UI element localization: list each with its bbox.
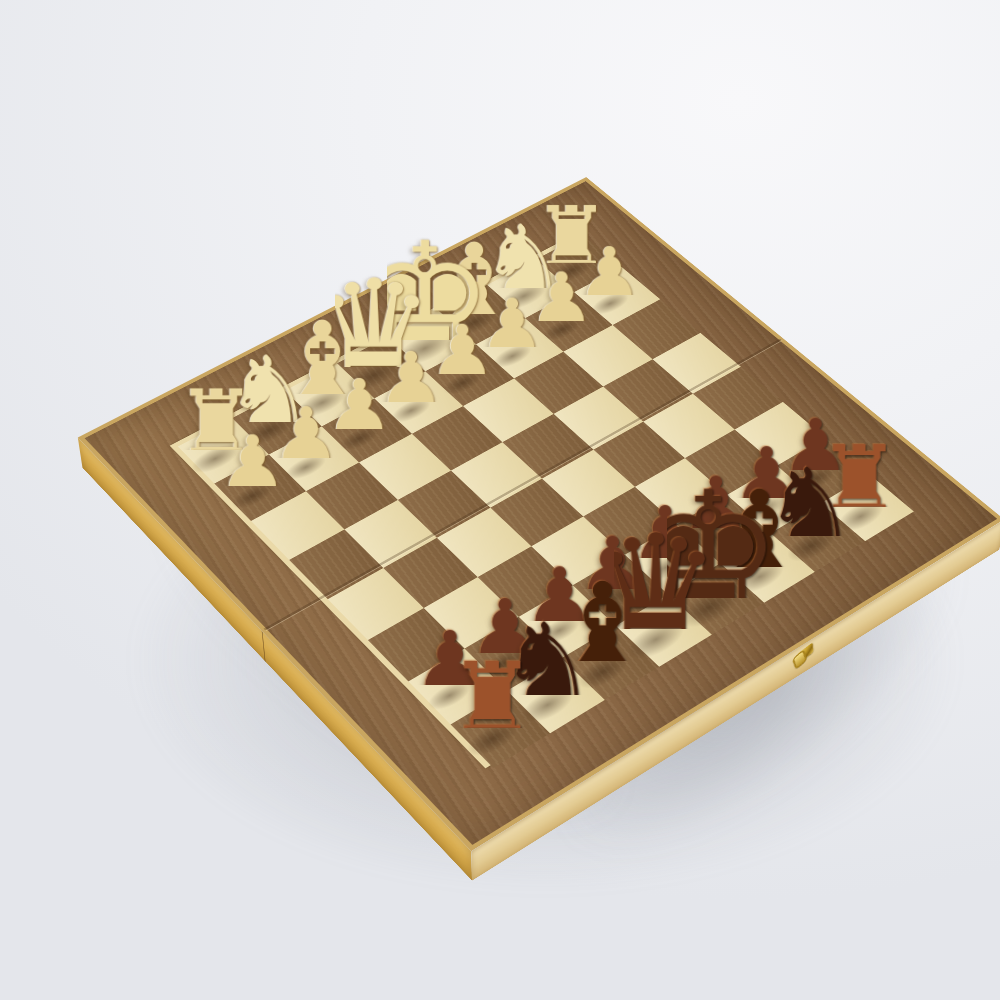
piece-cast-shadow [780,525,842,567]
square-b4 [344,500,437,569]
product-photo-scene: ♜♞♟♝♟♚♟♛♟♝♟♞♟♟♜♟♜♟♟♞♟♝♟♚♟♛♟♝♟♞♟♜ [0,0,1000,1000]
piece-cast-shadow [691,520,742,555]
square-a3 [251,491,344,559]
square-c5 [437,508,531,577]
square-f8 [720,533,815,603]
piece-cast-shadow [639,550,691,585]
square-a7 [408,649,506,724]
board-top [78,177,1000,851]
piece-cast-shadow [533,612,586,649]
piece-cast-shadow [422,677,476,715]
square-b6 [423,577,519,649]
piece-cast-shadow [570,649,635,695]
square-a4 [289,529,383,599]
piece-cast-shadow [587,581,639,617]
square-a8 [450,691,549,768]
square-c6 [477,546,572,617]
square-h8 [820,474,914,541]
square-e7 [625,525,720,595]
brass-clasp-hook [792,649,807,670]
square-d8 [615,594,712,667]
square-e8 [668,563,764,634]
square-b7 [464,617,561,691]
square-d5 [490,479,583,547]
square-c8 [561,626,659,700]
square-c7 [519,585,615,657]
piece-cast-shadow [226,479,277,513]
folding-chess-box: ♜♞♟♝♟♚♟♛♟♝♟♞♟♟♜♟♜♟♟♞♟♝♟♚♟♛♟♝♟♞♟♜ [78,177,1000,851]
piece-cast-shadow [515,682,581,729]
square-g8 [770,503,864,572]
square-b5 [383,538,477,608]
square-f7 [676,495,770,563]
piece-cast-shadow [460,716,524,762]
piece-cast-shadow [729,555,792,598]
square-a5 [328,568,423,640]
square-d7 [572,555,667,626]
piece-cast-shadow [619,614,692,665]
square-a6 [368,608,465,681]
square-e6 [583,487,676,555]
piece-cast-shadow [478,644,531,682]
square-b8 [506,658,604,734]
playing-area [178,235,914,768]
piece-cast-shadow [742,491,792,525]
piece-cast-shadow [831,496,890,536]
square-d6 [531,516,625,585]
piece-cast-shadow [670,581,747,635]
square-c4 [398,471,490,538]
